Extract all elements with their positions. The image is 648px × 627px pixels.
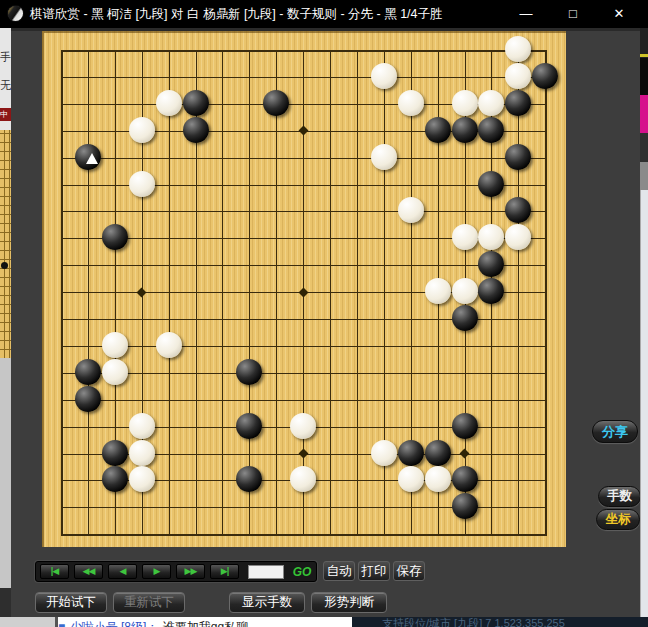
stone-black <box>102 466 128 492</box>
left-strip-board-thumbnail <box>0 130 11 358</box>
stone-white <box>156 332 182 358</box>
star-point <box>298 287 308 297</box>
stone-white <box>129 466 155 492</box>
grid-line <box>545 50 547 536</box>
restart-trial-button[interactable]: 重新试下 <box>113 592 185 613</box>
nav-last-button[interactable]: ▶| <box>210 564 239 579</box>
stone-white <box>371 440 397 466</box>
stone-white <box>129 440 155 466</box>
move-count-button[interactable]: 手数 <box>598 486 641 507</box>
nav-fast-forward-button[interactable]: ▶▶ <box>176 564 205 579</box>
close-button[interactable]: ✕ <box>604 0 634 28</box>
grid-line <box>330 50 331 536</box>
chat-line: ■ 少啦小号 [8级]： 谁要加我qq私聊。 <box>55 617 355 627</box>
stone-black <box>452 466 478 492</box>
stone-white <box>505 224 531 250</box>
grid-line <box>357 50 358 536</box>
star-point <box>460 449 470 459</box>
stone-black <box>505 144 531 170</box>
left-strip-gray <box>0 358 11 588</box>
stone-black <box>236 413 262 439</box>
stone-black <box>425 117 451 143</box>
right-strip-segment <box>640 162 648 190</box>
stone-white <box>129 413 155 439</box>
left-strip-red-badge: 中 <box>0 108 11 121</box>
status-line: 支持段位/城市 [九段] 7 1,523,355,255 <box>352 617 648 627</box>
nav-forward-button[interactable]: ▶ <box>142 564 171 579</box>
thumbnail-stone <box>1 262 8 269</box>
go-board[interactable] <box>42 31 566 547</box>
stone-white <box>505 63 531 89</box>
print-button[interactable]: 打印 <box>358 561 390 581</box>
nav-fast-back-button[interactable]: ◀◀ <box>74 564 103 579</box>
background-window-left: 手 无 中 <box>0 28 11 617</box>
stone-black <box>263 90 289 116</box>
stone-black <box>452 305 478 331</box>
star-point <box>137 287 147 297</box>
go-board-grid[interactable] <box>61 50 548 537</box>
right-strip-segment <box>640 58 648 95</box>
stone-white <box>398 197 424 223</box>
stone-white <box>290 413 316 439</box>
stone-black <box>102 440 128 466</box>
star-point <box>298 449 308 459</box>
grid-line <box>518 50 519 536</box>
star-point <box>298 126 308 136</box>
right-strip-magenta <box>640 95 648 133</box>
stone-black <box>75 359 101 385</box>
stone-white <box>371 63 397 89</box>
auto-play-button[interactable]: 自动 <box>323 561 355 581</box>
background-window-right <box>640 28 648 617</box>
stone-black <box>478 171 504 197</box>
show-moves-button[interactable]: 显示手数 <box>229 592 305 613</box>
stone-white <box>425 466 451 492</box>
stone-white <box>156 90 182 116</box>
start-trial-button[interactable]: 开始试下 <box>35 592 107 613</box>
stone-black <box>183 90 209 116</box>
stone-black <box>398 440 424 466</box>
stone-white <box>129 117 155 143</box>
left-strip-text: 无 <box>0 78 11 93</box>
chat-message: 谁要加我qq私聊。 <box>163 620 260 627</box>
stone-black <box>75 386 101 412</box>
stone-white <box>452 224 478 250</box>
stone-black <box>505 90 531 116</box>
nav-first-button[interactable]: |◀ <box>40 564 69 579</box>
stone-black <box>425 440 451 466</box>
stone-black <box>452 117 478 143</box>
stone-black <box>183 117 209 143</box>
chat-username: 少啦小号 [8级]： <box>70 620 159 627</box>
stone-black <box>505 197 531 223</box>
stone-white <box>371 144 397 170</box>
right-strip-yellow-line <box>640 54 648 57</box>
stone-black <box>478 251 504 277</box>
stone-white <box>478 224 504 250</box>
save-button[interactable]: 保存 <box>393 561 425 581</box>
grid-line <box>61 534 547 536</box>
background-window-bottom: ■ 少啦小号 [8级]： 谁要加我qq私聊。 支持段位/城市 [九段] 7 1,… <box>0 617 648 627</box>
stone-black <box>102 224 128 250</box>
stone-black <box>236 466 262 492</box>
stone-black <box>478 117 504 143</box>
window-title: 棋谱欣赏 - 黑 柯洁 [九段] 对 白 杨鼎新 [九段] - 数子规则 - 分… <box>30 0 443 28</box>
minimize-button[interactable]: — <box>511 0 541 28</box>
left-strip-text: 手 <box>0 50 11 65</box>
stone-white <box>478 90 504 116</box>
stone-black <box>452 493 478 519</box>
chat-bullet-icon: ■ <box>58 620 65 627</box>
stone-white <box>398 90 424 116</box>
right-strip-segment <box>640 133 648 162</box>
navigation-bar: |◀ ◀◀ ◀ ▶ ▶▶ ▶| GO <box>35 561 317 582</box>
stone-white <box>129 171 155 197</box>
maximize-button[interactable]: □ <box>558 0 588 28</box>
right-strip-light <box>640 190 648 617</box>
grid-line <box>61 400 547 401</box>
grid-line <box>61 346 547 347</box>
share-button[interactable]: 分享 <box>592 420 638 443</box>
last-move-triangle-marker <box>86 153 98 164</box>
stone-white <box>452 278 478 304</box>
stone-black <box>452 413 478 439</box>
title-bar: 棋谱欣赏 - 黑 柯洁 [九段] 对 白 杨鼎新 [九段] - 数子规则 - 分… <box>0 0 648 28</box>
go-button[interactable]: GO <box>289 564 315 580</box>
stone-white <box>425 278 451 304</box>
stone-black <box>532 63 558 89</box>
coordinates-button[interactable]: 坐标 <box>596 509 640 530</box>
judge-position-button[interactable]: 形势判断 <box>311 592 387 613</box>
nav-back-button[interactable]: ◀ <box>108 564 137 579</box>
app-icon <box>8 6 23 21</box>
move-number-input[interactable] <box>248 565 284 579</box>
stone-black <box>478 278 504 304</box>
stone-white <box>102 332 128 358</box>
stone-white <box>102 359 128 385</box>
stone-white <box>505 36 531 62</box>
grid-line <box>61 373 547 374</box>
stone-white <box>398 466 424 492</box>
stone-black <box>236 359 262 385</box>
stone-black <box>75 144 101 170</box>
stone-white <box>290 466 316 492</box>
stone-white <box>452 90 478 116</box>
